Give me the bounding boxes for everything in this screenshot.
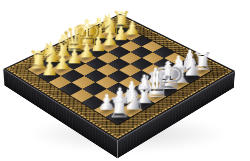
board-top: ♜♞♝♛♚♝♞♜♟♟♟♟♟♟♟♟♟♟♟♟♟♟♟♟♜♞♝♛♚♝♞♜ [3, 14, 235, 141]
chess-set-photo: ♜♞♝♛♚♝♞♜♟♟♟♟♟♟♟♟♟♟♟♟♟♟♟♟♜♞♝♛♚♝♞♜ [0, 0, 250, 161]
piece-black-pawn: ♟ [29, 58, 69, 78]
piece-white-rook: ♜ [98, 94, 141, 121]
chess-board-box: ♜♞♝♛♚♝♞♜♟♟♟♟♟♟♟♟♟♟♟♟♟♟♟♟♜♞♝♛♚♝♞♜ [3, 14, 235, 141]
perspective-wrapper: ♜♞♝♛♚♝♞♜♟♟♟♟♟♟♟♟♟♟♟♟♟♟♟♟♜♞♝♛♚♝♞♜ [0, 0, 250, 161]
